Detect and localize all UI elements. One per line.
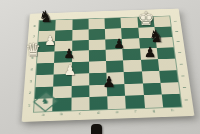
square-h1[interactable] [162, 94, 182, 107]
border-tick [183, 94, 190, 107]
square-d8[interactable] [88, 19, 105, 30]
square-e8[interactable] [105, 18, 122, 29]
square-c8[interactable] [72, 19, 88, 30]
square-d4[interactable] [89, 61, 107, 73]
square-c2[interactable] [71, 85, 89, 98]
white-pawn-c3[interactable]: ♟ [60, 63, 80, 77]
square-f3[interactable] [124, 71, 143, 83]
square-h4[interactable] [158, 59, 177, 71]
white-queen-icon: ♛ [25, 41, 41, 59]
square-a3[interactable] [36, 74, 54, 86]
black-pawn-g5[interactable]: ♟ [140, 45, 160, 59]
white-queen-a5[interactable]: ♛ [23, 41, 43, 59]
black-knight-g6[interactable]: ♞ [146, 28, 166, 45]
black-pawn-icon: ♟ [63, 47, 75, 60]
border-tick [172, 16, 178, 26]
rank-label-1: 1 [26, 99, 33, 112]
square-g1[interactable] [143, 95, 162, 108]
square-f1[interactable] [125, 95, 144, 108]
black-knight-a8[interactable]: ♞ [36, 9, 56, 25]
file-label-h: h [163, 108, 182, 113]
square-b2[interactable] [53, 86, 71, 99]
square-f2[interactable] [125, 83, 144, 96]
border-tick [181, 82, 188, 94]
square-d1[interactable] [89, 97, 108, 110]
square-c1[interactable] [71, 97, 89, 110]
border-tick [174, 26, 180, 37]
black-pawn-icon: ♟ [144, 45, 157, 59]
knight-logo-icon: ♞ [41, 97, 50, 105]
captured-piece-fragment[interactable] [91, 124, 102, 134]
black-knight-icon: ♞ [39, 9, 53, 25]
photo-scene: abcdefgh 87654321 ♞ ♞♚♟♟♞♛♟♟♟♟ [0, 0, 200, 134]
square-e1[interactable] [107, 96, 126, 109]
square-a4[interactable] [36, 63, 54, 75]
square-g4[interactable] [140, 59, 158, 71]
square-b8[interactable] [55, 20, 72, 31]
file-label-f: f [126, 109, 145, 114]
square-c7[interactable] [72, 29, 89, 40]
file-label-d: d [89, 110, 108, 115]
rank-label-2: 2 [26, 87, 33, 100]
square-h3[interactable] [159, 70, 178, 82]
square-f4[interactable] [123, 60, 141, 72]
white-pawn-a6[interactable]: ♟ [40, 34, 60, 47]
square-e5[interactable] [106, 49, 124, 61]
square-h2[interactable] [160, 82, 179, 95]
rank-label-4: 4 [28, 63, 35, 75]
black-pawn-c5[interactable]: ♟ [59, 47, 79, 60]
rank-label-3: 3 [27, 75, 34, 87]
file-label-b: b [52, 111, 71, 116]
square-f5[interactable] [123, 49, 141, 61]
square-d7[interactable] [88, 29, 105, 40]
white-pawn-icon: ♟ [44, 34, 56, 47]
file-label-a: a [34, 112, 53, 117]
black-pawn-e2[interactable]: ♟ [99, 75, 119, 90]
border-tick [178, 58, 185, 70]
file-label-c: c [71, 111, 90, 116]
black-knight-icon: ♞ [148, 28, 163, 45]
file-label-g: g [145, 108, 164, 113]
square-e4[interactable] [106, 60, 124, 72]
black-pawn-icon: ♟ [113, 37, 125, 50]
square-d5[interactable] [89, 50, 106, 62]
border-tick [175, 37, 181, 48]
square-g2[interactable] [142, 82, 161, 95]
square-d6[interactable] [89, 39, 106, 50]
white-pawn-icon: ♟ [64, 63, 77, 77]
border-tick [180, 70, 187, 82]
black-pawn-e6[interactable]: ♟ [109, 37, 129, 50]
square-g3[interactable] [141, 71, 160, 83]
file-label-e: e [108, 109, 127, 114]
border-tick [176, 47, 183, 58]
black-pawn-icon: ♟ [102, 75, 115, 90]
